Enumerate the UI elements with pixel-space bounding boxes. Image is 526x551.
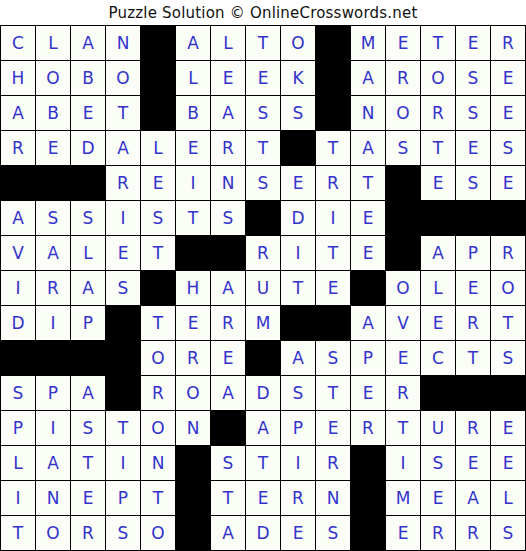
letter-cell: T [421,131,455,165]
letter-cell: A [1,201,35,235]
letter-cell: L [71,236,105,270]
letter-cell: N [106,26,140,60]
letter-cell: C [421,341,455,375]
letter-cell: A [36,446,70,480]
letter-cell: B [71,61,105,95]
black-cell [141,96,175,130]
black-cell [141,61,175,95]
letter-cell: S [211,446,245,480]
letter-cell: A [71,271,105,305]
letter-cell: P [281,411,315,445]
letter-cell: O [106,61,140,95]
letter-cell: S [106,271,140,305]
letter-cell: H [1,61,35,95]
letter-cell: E [281,166,315,200]
letter-cell: H [176,271,210,305]
letter-cell: S [281,96,315,130]
black-cell [141,26,175,60]
letter-cell: S [316,516,350,550]
letter-cell: E [491,61,525,95]
letter-cell: A [71,376,105,410]
black-cell [316,61,350,95]
letter-cell: A [71,26,105,60]
letter-cell: T [351,166,385,200]
letter-cell: S [281,376,315,410]
black-cell [281,306,315,340]
letter-cell: I [316,201,350,235]
letter-cell: E [176,131,210,165]
black-cell [176,446,210,480]
letter-cell: A [211,376,245,410]
letter-cell: O [141,516,175,550]
letter-cell: R [491,236,525,270]
letter-cell: O [491,271,525,305]
letter-cell: R [1,131,35,165]
black-cell [421,376,455,410]
letter-cell: P [1,411,35,445]
black-cell [211,411,245,445]
letter-cell: S [456,61,490,95]
letter-cell: I [106,446,140,480]
letter-cell: E [456,271,490,305]
letter-cell: A [351,61,385,95]
black-cell [386,166,420,200]
letter-cell: E [491,411,525,445]
letter-cell: S [386,131,420,165]
letter-cell: O [281,26,315,60]
letter-cell: V [1,236,35,270]
letter-cell: E [421,166,455,200]
letter-cell: D [71,131,105,165]
letter-cell: D [246,516,280,550]
letter-cell: S [491,341,525,375]
letter-cell: E [456,446,490,480]
letter-cell: L [421,271,455,305]
letter-cell: D [246,376,280,410]
letter-cell: A [36,236,70,270]
letter-cell: T [141,306,175,340]
letter-cell: R [316,166,350,200]
letter-cell: I [281,236,315,270]
black-cell [176,236,210,270]
letter-cell: R [281,481,315,515]
letter-cell: R [141,376,175,410]
letter-cell: A [106,131,140,165]
black-cell [316,306,350,340]
letter-cell: T [211,481,245,515]
letter-cell: L [491,481,525,515]
letter-cell: T [491,306,525,340]
letter-cell: T [106,411,140,445]
letter-cell: E [141,166,175,200]
letter-cell: O [36,61,70,95]
letter-cell: O [386,271,420,305]
black-cell [421,201,455,235]
letter-cell: E [386,26,420,60]
letter-cell: R [491,26,525,60]
letter-cell: M [386,481,420,515]
letter-cell: R [456,411,490,445]
letter-cell: E [351,201,385,235]
letter-cell: E [211,61,245,95]
letter-cell: E [246,481,280,515]
letter-cell: C [1,26,35,60]
letter-cell: S [71,201,105,235]
black-cell [386,236,420,270]
letter-cell: S [316,341,350,375]
letter-cell: E [281,516,315,550]
letter-cell: L [176,61,210,95]
black-cell [106,306,140,340]
letter-cell: T [106,96,140,130]
letter-cell: E [211,341,245,375]
letter-cell: O [176,376,210,410]
letter-cell: E [106,236,140,270]
letter-cell: O [36,516,70,550]
letter-cell: O [141,341,175,375]
black-cell [1,166,35,200]
letter-cell: M [351,26,385,60]
letter-cell: T [386,411,420,445]
letter-cell: A [246,411,280,445]
letter-cell: E [316,271,350,305]
letter-cell: R [176,341,210,375]
letter-cell: E [386,516,420,550]
letter-cell: I [281,446,315,480]
black-cell [456,376,490,410]
black-cell [316,26,350,60]
letter-cell: E [316,411,350,445]
letter-cell: T [316,376,350,410]
letter-cell: I [386,446,420,480]
letter-cell: I [106,201,140,235]
letter-cell: A [211,271,245,305]
letter-cell: E [491,96,525,130]
letter-cell: A [421,236,455,270]
black-cell [71,166,105,200]
letter-cell: L [1,446,35,480]
black-cell [491,201,525,235]
letter-cell: S [491,516,525,550]
letter-cell: P [456,236,490,270]
page-title: Puzzle Solution © OnlineCrosswords.net [0,0,526,25]
letter-cell: I [36,411,70,445]
letter-cell: V [386,306,420,340]
letter-cell: S [36,201,70,235]
letter-cell: R [36,271,70,305]
letter-cell: A [211,96,245,130]
letter-cell: A [176,26,210,60]
black-cell [456,201,490,235]
black-cell [176,481,210,515]
letter-cell: P [71,306,105,340]
letter-cell: R [421,516,455,550]
letter-cell: N [316,481,350,515]
black-cell [281,131,315,165]
puzzle-solution-page: Puzzle Solution © OnlineCrosswords.net C… [0,0,526,551]
letter-cell: T [246,26,280,60]
black-cell [246,341,280,375]
letter-cell: R [106,166,140,200]
black-cell [351,271,385,305]
letter-cell: T [246,446,280,480]
black-cell [316,96,350,130]
black-cell [211,236,245,270]
letter-cell: T [421,26,455,60]
black-cell [176,516,210,550]
letter-cell: E [246,61,280,95]
letter-cell: E [36,131,70,165]
letter-cell: S [106,516,140,550]
letter-cell: R [211,306,245,340]
letter-cell: E [456,26,490,60]
letter-cell: M [246,306,280,340]
letter-cell: N [211,166,245,200]
letter-cell: L [141,131,175,165]
letter-cell: E [386,341,420,375]
letter-cell: S [141,201,175,235]
black-cell [141,271,175,305]
letter-cell: A [1,96,35,130]
letter-cell: R [71,516,105,550]
letter-cell: D [1,306,35,340]
letter-cell: P [106,481,140,515]
letter-cell: R [421,96,455,130]
letter-cell: S [246,166,280,200]
letter-cell: E [176,306,210,340]
letter-cell: T [316,131,350,165]
letter-cell: P [351,341,385,375]
letter-cell: T [246,131,280,165]
letter-cell: R [211,131,245,165]
letter-cell: R [456,516,490,550]
letter-cell: I [36,306,70,340]
letter-cell: E [71,96,105,130]
letter-cell: P [36,376,70,410]
letter-cell: S [456,166,490,200]
black-cell [106,376,140,410]
letter-cell: E [491,446,525,480]
black-cell [351,516,385,550]
letter-cell: R [386,376,420,410]
letter-cell: S [71,411,105,445]
letter-cell: A [351,131,385,165]
black-cell [36,166,70,200]
letter-cell: R [316,446,350,480]
letter-cell: B [36,96,70,130]
black-cell [351,481,385,515]
letter-cell: N [141,446,175,480]
letter-cell: T [141,236,175,270]
letter-cell: T [281,271,315,305]
letter-cell: L [211,26,245,60]
letter-cell: E [351,236,385,270]
letter-cell: R [456,306,490,340]
letter-cell: L [36,26,70,60]
letter-cell: N [176,411,210,445]
black-cell [36,341,70,375]
letter-cell: B [176,96,210,130]
letter-cell: T [141,481,175,515]
letter-cell: N [36,481,70,515]
letter-cell: T [456,341,490,375]
letter-cell: T [316,236,350,270]
letter-cell: O [141,411,175,445]
letter-cell: A [211,516,245,550]
letter-cell: E [421,306,455,340]
letter-cell: R [246,236,280,270]
letter-cell: T [1,516,35,550]
letter-cell: T [176,201,210,235]
letter-cell: I [1,271,35,305]
letter-cell: A [281,341,315,375]
black-cell [386,201,420,235]
black-cell [106,341,140,375]
letter-cell: S [421,446,455,480]
crossword-grid: CLANALTOMETERHOBOLEEKAROSEABETBASSNORSER… [0,25,526,551]
letter-cell: A [351,306,385,340]
letter-cell: R [351,411,385,445]
letter-cell: I [176,166,210,200]
letter-cell: S [1,376,35,410]
letter-cell: E [421,481,455,515]
letter-cell: S [246,96,280,130]
letter-cell: E [351,376,385,410]
letter-cell: U [421,411,455,445]
letter-cell: S [491,131,525,165]
black-cell [246,201,280,235]
letter-cell: N [351,96,385,130]
letter-cell: E [491,166,525,200]
black-cell [1,341,35,375]
letter-cell: A [456,481,490,515]
letter-cell: U [246,271,280,305]
letter-cell: S [456,96,490,130]
letter-cell: K [281,61,315,95]
letter-cell: D [281,201,315,235]
letter-cell: O [386,96,420,130]
letter-cell: I [1,481,35,515]
black-cell [351,446,385,480]
letter-cell: O [421,61,455,95]
letter-cell: E [71,481,105,515]
letter-cell: T [71,446,105,480]
letter-cell: E [456,131,490,165]
black-cell [491,376,525,410]
letter-cell: R [386,61,420,95]
black-cell [71,341,105,375]
letter-cell: S [211,201,245,235]
